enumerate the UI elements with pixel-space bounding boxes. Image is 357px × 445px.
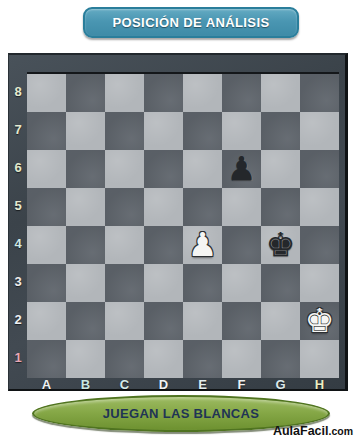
- square-d5[interactable]: [144, 188, 183, 226]
- square-g2[interactable]: [261, 302, 300, 340]
- rank-labels: 87654321: [9, 72, 27, 376]
- square-e4[interactable]: ♟: [183, 226, 222, 264]
- square-b1[interactable]: [66, 340, 105, 378]
- rank-label-3: 3: [9, 262, 27, 300]
- square-a8[interactable]: [27, 74, 66, 112]
- square-g1[interactable]: [261, 340, 300, 378]
- file-labels: ABCDEFGH: [27, 376, 339, 392]
- square-g5[interactable]: [261, 188, 300, 226]
- square-h4[interactable]: [300, 226, 339, 264]
- square-h1[interactable]: [300, 340, 339, 378]
- white-pawn[interactable]: ♟: [183, 226, 222, 264]
- square-b6[interactable]: [66, 150, 105, 188]
- square-c8[interactable]: [105, 74, 144, 112]
- square-c4[interactable]: [105, 226, 144, 264]
- square-c6[interactable]: [105, 150, 144, 188]
- square-d4[interactable]: [144, 226, 183, 264]
- file-label-h: H: [300, 376, 339, 392]
- square-d3[interactable]: [144, 264, 183, 302]
- square-h6[interactable]: [300, 150, 339, 188]
- square-d8[interactable]: [144, 74, 183, 112]
- rank-label-1: 1: [9, 338, 27, 376]
- square-e2[interactable]: [183, 302, 222, 340]
- square-e7[interactable]: [183, 112, 222, 150]
- square-g7[interactable]: [261, 112, 300, 150]
- square-b7[interactable]: [66, 112, 105, 150]
- square-h8[interactable]: [300, 74, 339, 112]
- square-h5[interactable]: [300, 188, 339, 226]
- square-h7[interactable]: [300, 112, 339, 150]
- square-f2[interactable]: [222, 302, 261, 340]
- site-credit: AulaFacil.com: [273, 424, 353, 440]
- square-e8[interactable]: [183, 74, 222, 112]
- analysis-position-banner: POSICIÓN DE ANÁLISIS: [83, 7, 299, 38]
- square-b5[interactable]: [66, 188, 105, 226]
- square-b8[interactable]: [66, 74, 105, 112]
- square-e1[interactable]: [183, 340, 222, 378]
- white-king[interactable]: ♚: [300, 302, 339, 340]
- square-a7[interactable]: [27, 112, 66, 150]
- square-e5[interactable]: [183, 188, 222, 226]
- square-c3[interactable]: [105, 264, 144, 302]
- file-label-c: C: [105, 376, 144, 392]
- square-a2[interactable]: [27, 302, 66, 340]
- square-b3[interactable]: [66, 264, 105, 302]
- file-label-e: E: [183, 376, 222, 392]
- white-to-move-label: JUEGAN LAS BLANCAS: [103, 406, 259, 421]
- square-e3[interactable]: [183, 264, 222, 302]
- square-a4[interactable]: [27, 226, 66, 264]
- square-b4[interactable]: [66, 226, 105, 264]
- analysis-position-label: POSICIÓN DE ANÁLISIS: [112, 15, 269, 30]
- square-e6[interactable]: [183, 150, 222, 188]
- rank-label-6: 6: [9, 148, 27, 186]
- rank-label-4: 4: [9, 224, 27, 262]
- square-f4[interactable]: [222, 226, 261, 264]
- square-a1[interactable]: [27, 340, 66, 378]
- square-d2[interactable]: [144, 302, 183, 340]
- chess-board: 87654321 ♟♟♚♚ ABCDEFGH: [8, 53, 348, 391]
- square-c7[interactable]: [105, 112, 144, 150]
- square-c1[interactable]: [105, 340, 144, 378]
- file-label-f: F: [222, 376, 261, 392]
- square-g8[interactable]: [261, 74, 300, 112]
- square-c2[interactable]: [105, 302, 144, 340]
- square-c5[interactable]: [105, 188, 144, 226]
- square-a5[interactable]: [27, 188, 66, 226]
- rank-label-5: 5: [9, 186, 27, 224]
- site-credit-name: AulaFacil: [273, 424, 329, 438]
- file-label-b: B: [66, 376, 105, 392]
- square-h3[interactable]: [300, 264, 339, 302]
- black-king[interactable]: ♚: [261, 226, 300, 264]
- square-d6[interactable]: [144, 150, 183, 188]
- square-f8[interactable]: [222, 74, 261, 112]
- square-f1[interactable]: [222, 340, 261, 378]
- square-f3[interactable]: [222, 264, 261, 302]
- square-h2[interactable]: ♚: [300, 302, 339, 340]
- square-f7[interactable]: [222, 112, 261, 150]
- square-a6[interactable]: [27, 150, 66, 188]
- rank-label-8: 8: [9, 72, 27, 110]
- square-g4[interactable]: ♚: [261, 226, 300, 264]
- square-a3[interactable]: [27, 264, 66, 302]
- black-pawn[interactable]: ♟: [222, 150, 261, 188]
- rank-label-7: 7: [9, 110, 27, 148]
- square-d7[interactable]: [144, 112, 183, 150]
- rank-label-2: 2: [9, 300, 27, 338]
- file-label-a: A: [27, 376, 66, 392]
- board-squares: ♟♟♚♚: [27, 72, 339, 378]
- square-f6[interactable]: ♟: [222, 150, 261, 188]
- square-b2[interactable]: [66, 302, 105, 340]
- site-credit-tld: .com: [328, 425, 353, 437]
- square-f5[interactable]: [222, 188, 261, 226]
- file-label-g: G: [261, 376, 300, 392]
- square-g3[interactable]: [261, 264, 300, 302]
- square-d1[interactable]: [144, 340, 183, 378]
- square-g6[interactable]: [261, 150, 300, 188]
- file-label-d: D: [144, 376, 183, 392]
